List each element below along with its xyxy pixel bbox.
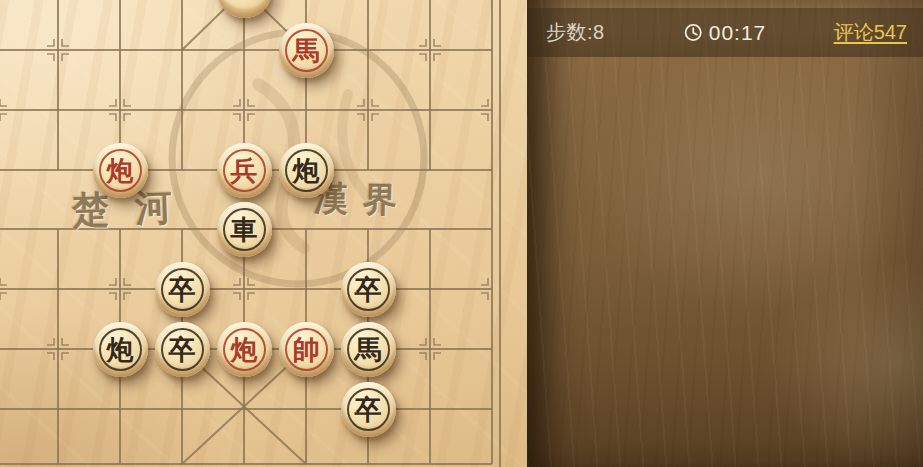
- piece-character: 炮: [231, 336, 258, 363]
- piece-red-cannon[interactable]: 炮: [93, 143, 148, 198]
- clock-icon: [684, 23, 703, 42]
- piece-character: 車: [231, 216, 258, 243]
- piece-red-soldier[interactable]: 兵: [217, 143, 272, 198]
- piece-red-horse[interactable]: 馬: [279, 23, 334, 78]
- move-count: 步数:8: [546, 19, 605, 46]
- piece-red-cannon[interactable]: 炮: [217, 322, 272, 377]
- piece-black-cannon[interactable]: 炮: [279, 143, 334, 198]
- piece-black-soldier[interactable]: 卒: [341, 382, 396, 437]
- piece-black-cannon[interactable]: 炮: [93, 322, 148, 377]
- piece-black-soldier[interactable]: 卒: [155, 322, 210, 377]
- piece-character: 帥: [293, 336, 320, 363]
- piece-black-chariot[interactable]: 車: [217, 202, 272, 257]
- piece-character: 兵: [231, 157, 258, 184]
- piece-character: 卒: [169, 276, 196, 303]
- comments-link[interactable]: 评论547: [834, 19, 907, 46]
- piece-character: 炮: [107, 157, 134, 184]
- piece-character: 卒: [355, 276, 382, 303]
- piece-character: 炮: [107, 336, 134, 363]
- piece-black-soldier[interactable]: 卒: [341, 262, 396, 317]
- timer: 00:17: [684, 21, 767, 45]
- xiangqi-board[interactable]: 楚河 漢界 馬炮兵炮車卒卒炮卒炮帥馬卒: [0, 0, 527, 467]
- piece-red-general[interactable]: 帥: [279, 322, 334, 377]
- piece-character: 馬: [293, 37, 320, 64]
- game-screen: 楚河 漢界 馬炮兵炮車卒卒炮卒炮帥馬卒 步数:8 00:17 评论547: [0, 0, 923, 467]
- piece-ring: [223, 0, 266, 12]
- piece-character: 炮: [293, 157, 320, 184]
- piece-black-soldier[interactable]: 卒: [155, 262, 210, 317]
- piece-character: 卒: [355, 396, 382, 423]
- piece-character: 馬: [355, 336, 382, 363]
- top-bar: 步数:8 00:17 评论547: [527, 8, 923, 57]
- piece-black-horse[interactable]: 馬: [341, 322, 396, 377]
- timer-value: 00:17: [709, 21, 767, 45]
- info-panel: 步数:8 00:17 评论547: [527, 0, 923, 467]
- piece-character: 卒: [169, 336, 196, 363]
